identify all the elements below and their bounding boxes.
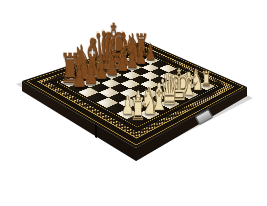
fold-seam (95, 124, 97, 138)
chess-set-photo: ♜♞♝♛♚♝♞♜♟♟♟♟♟♟♟♟♟♟♟♟♟♟♟♟♜♞♝♛♚♝♞♜ (0, 0, 267, 206)
chess-piece[interactable]: ♜ (129, 94, 147, 126)
chess-piece[interactable]: ♟ (71, 63, 88, 93)
